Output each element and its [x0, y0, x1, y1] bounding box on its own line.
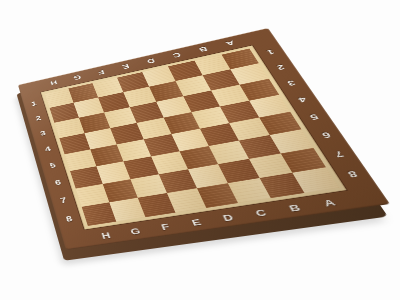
product-photo-stage: HGFEDCBA HGFEDCBA 12345678 12345678 [0, 0, 400, 300]
